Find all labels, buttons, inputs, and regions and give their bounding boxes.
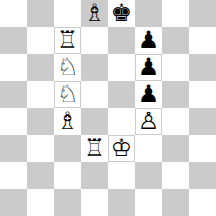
square-f4[interactable]: ♙: [135, 108, 162, 135]
square-d8[interactable]: ♗: [81, 0, 108, 27]
square-a5[interactable]: [0, 81, 27, 108]
square-f3[interactable]: [135, 135, 162, 162]
square-c6[interactable]: ♘: [54, 54, 81, 81]
square-f2[interactable]: [135, 162, 162, 189]
square-g8[interactable]: [162, 0, 189, 27]
square-a4[interactable]: [0, 108, 27, 135]
square-b8[interactable]: [27, 0, 54, 27]
square-g6[interactable]: [162, 54, 189, 81]
white-rook-icon: ♖: [81, 135, 108, 162]
square-b5[interactable]: [27, 81, 54, 108]
square-e1[interactable]: [108, 189, 135, 216]
square-c2[interactable]: [54, 162, 81, 189]
square-h2[interactable]: [189, 162, 216, 189]
white-knight-icon: ♘: [54, 81, 81, 108]
square-c5[interactable]: ♘: [54, 81, 81, 108]
square-d1[interactable]: [81, 189, 108, 216]
square-h7[interactable]: [189, 27, 216, 54]
square-e5[interactable]: [108, 81, 135, 108]
square-h8[interactable]: [189, 0, 216, 27]
square-g1[interactable]: [162, 189, 189, 216]
square-a7[interactable]: [0, 27, 27, 54]
square-a6[interactable]: [0, 54, 27, 81]
square-g3[interactable]: [162, 135, 189, 162]
square-d5[interactable]: [81, 81, 108, 108]
square-f6[interactable]: ♟: [135, 54, 162, 81]
black-king-icon: ♚: [108, 0, 135, 27]
square-b1[interactable]: [27, 189, 54, 216]
square-f7[interactable]: ♟: [135, 27, 162, 54]
square-g5[interactable]: [162, 81, 189, 108]
square-a2[interactable]: [0, 162, 27, 189]
square-h4[interactable]: [189, 108, 216, 135]
square-b3[interactable]: [27, 135, 54, 162]
square-e2[interactable]: [108, 162, 135, 189]
square-h3[interactable]: [189, 135, 216, 162]
square-f8[interactable]: [135, 0, 162, 27]
square-b6[interactable]: [27, 54, 54, 81]
black-pawn-icon: ♟: [135, 81, 162, 108]
white-rook-icon: ♖: [54, 27, 81, 54]
white-king-icon: ♔: [108, 135, 135, 162]
square-g2[interactable]: [162, 162, 189, 189]
square-h6[interactable]: [189, 54, 216, 81]
square-c7[interactable]: ♖: [54, 27, 81, 54]
square-d2[interactable]: [81, 162, 108, 189]
square-c4[interactable]: ♗: [54, 108, 81, 135]
square-d6[interactable]: [81, 54, 108, 81]
square-d4[interactable]: [81, 108, 108, 135]
white-bishop-icon: ♗: [81, 0, 108, 27]
square-b4[interactable]: [27, 108, 54, 135]
square-a8[interactable]: [0, 0, 27, 27]
white-bishop-icon: ♗: [54, 108, 81, 135]
square-e4[interactable]: [108, 108, 135, 135]
square-a3[interactable]: [0, 135, 27, 162]
square-b7[interactable]: [27, 27, 54, 54]
square-e7[interactable]: [108, 27, 135, 54]
square-f5[interactable]: ♟: [135, 81, 162, 108]
white-pawn-icon: ♙: [135, 108, 162, 135]
square-g4[interactable]: [162, 108, 189, 135]
chess-board: ♗♚♖♟♘♟♘♟♗♙♖♔: [0, 0, 216, 216]
square-d3[interactable]: ♖: [81, 135, 108, 162]
square-h5[interactable]: [189, 81, 216, 108]
chess-diagram: ♗♚♖♟♘♟♘♟♗♙♖♔: [0, 0, 216, 216]
square-e3[interactable]: ♔: [108, 135, 135, 162]
square-h1[interactable]: [189, 189, 216, 216]
black-pawn-icon: ♟: [135, 27, 162, 54]
square-g7[interactable]: [162, 27, 189, 54]
square-c1[interactable]: [54, 189, 81, 216]
square-e8[interactable]: ♚: [108, 0, 135, 27]
square-c3[interactable]: [54, 135, 81, 162]
square-a1[interactable]: [0, 189, 27, 216]
square-d7[interactable]: [81, 27, 108, 54]
square-b2[interactable]: [27, 162, 54, 189]
square-e6[interactable]: [108, 54, 135, 81]
black-pawn-icon: ♟: [135, 54, 162, 81]
white-knight-icon: ♘: [54, 54, 81, 81]
square-f1[interactable]: [135, 189, 162, 216]
square-c8[interactable]: [54, 0, 81, 27]
